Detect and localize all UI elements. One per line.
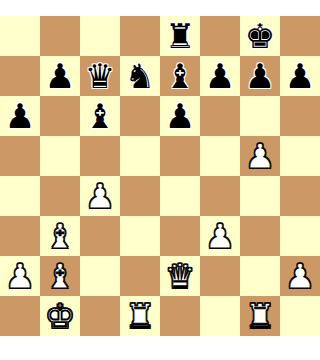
- square-f4[interactable]: [200, 176, 240, 216]
- square-f3[interactable]: ♟: [200, 216, 240, 256]
- square-b8[interactable]: [40, 16, 80, 56]
- square-a3[interactable]: [0, 216, 40, 256]
- move-prompt-bar: 1. ?: [0, 336, 320, 360]
- square-d1[interactable]: ♜: [120, 296, 160, 336]
- white-pawn: ♟: [5, 256, 35, 296]
- square-h4[interactable]: [280, 176, 320, 216]
- square-f7[interactable]: ♟: [200, 56, 240, 96]
- black-pawn: ♟: [205, 56, 235, 96]
- square-g5[interactable]: ♟: [240, 136, 280, 176]
- white-king: ♚: [45, 296, 75, 336]
- square-d6[interactable]: [120, 96, 160, 136]
- square-d5[interactable]: [120, 136, 160, 176]
- square-b3[interactable]: ♝: [40, 216, 80, 256]
- square-e3[interactable]: [160, 216, 200, 256]
- white-bishop: ♝: [45, 256, 75, 296]
- square-a1[interactable]: [0, 296, 40, 336]
- white-pawn: ♟: [205, 216, 235, 256]
- square-h2[interactable]: ♟: [280, 256, 320, 296]
- chess-puzzle-app: T1.2737 ♜♚♟♛♞♝♟♟♟♟♝♟♟♟♝♟♟♝♛♟♚♜♜ 1. ?: [0, 0, 320, 360]
- white-pawn: ♟: [85, 176, 115, 216]
- square-a6[interactable]: ♟: [0, 96, 40, 136]
- chess-board: ♜♚♟♛♞♝♟♟♟♟♝♟♟♟♝♟♟♝♛♟♚♜♜: [0, 16, 320, 336]
- square-g7[interactable]: ♟: [240, 56, 280, 96]
- square-a7[interactable]: [0, 56, 40, 96]
- square-d3[interactable]: [120, 216, 160, 256]
- puzzle-header: T1.2737: [0, 0, 320, 16]
- white-rook: ♜: [125, 296, 155, 336]
- square-c1[interactable]: [80, 296, 120, 336]
- square-h7[interactable]: ♟: [280, 56, 320, 96]
- black-knight: ♞: [125, 56, 155, 96]
- black-pawn: ♟: [5, 96, 35, 136]
- white-rook: ♜: [245, 296, 275, 336]
- square-c2[interactable]: [80, 256, 120, 296]
- square-b2[interactable]: ♝: [40, 256, 80, 296]
- white-pawn: ♟: [245, 136, 275, 176]
- square-h3[interactable]: [280, 216, 320, 256]
- white-bishop: ♝: [45, 216, 75, 256]
- square-b7[interactable]: ♟: [40, 56, 80, 96]
- square-c5[interactable]: [80, 136, 120, 176]
- black-pawn: ♟: [45, 56, 75, 96]
- square-b1[interactable]: ♚: [40, 296, 80, 336]
- square-f5[interactable]: [200, 136, 240, 176]
- square-h1[interactable]: [280, 296, 320, 336]
- square-b4[interactable]: [40, 176, 80, 216]
- black-bishop: ♝: [85, 96, 115, 136]
- square-a2[interactable]: ♟: [0, 256, 40, 296]
- square-e4[interactable]: [160, 176, 200, 216]
- square-a4[interactable]: [0, 176, 40, 216]
- square-c6[interactable]: ♝: [80, 96, 120, 136]
- square-e5[interactable]: [160, 136, 200, 176]
- square-b5[interactable]: [40, 136, 80, 176]
- black-pawn: ♟: [285, 56, 315, 96]
- square-e1[interactable]: [160, 296, 200, 336]
- square-f1[interactable]: [200, 296, 240, 336]
- square-g2[interactable]: [240, 256, 280, 296]
- square-g8[interactable]: ♚: [240, 16, 280, 56]
- black-queen: ♛: [85, 56, 115, 96]
- square-f8[interactable]: [200, 16, 240, 56]
- square-g6[interactable]: [240, 96, 280, 136]
- square-f6[interactable]: [200, 96, 240, 136]
- square-d7[interactable]: ♞: [120, 56, 160, 96]
- square-h8[interactable]: [280, 16, 320, 56]
- square-h6[interactable]: [280, 96, 320, 136]
- square-c7[interactable]: ♛: [80, 56, 120, 96]
- black-rook: ♜: [165, 16, 195, 56]
- square-b6[interactable]: [40, 96, 80, 136]
- square-g1[interactable]: ♜: [240, 296, 280, 336]
- square-f2[interactable]: [200, 256, 240, 296]
- square-a5[interactable]: [0, 136, 40, 176]
- black-pawn: ♟: [245, 56, 275, 96]
- black-king: ♚: [245, 16, 275, 56]
- white-pawn: ♟: [285, 256, 315, 296]
- square-g4[interactable]: [240, 176, 280, 216]
- square-c4[interactable]: ♟: [80, 176, 120, 216]
- square-a8[interactable]: [0, 16, 40, 56]
- square-e8[interactable]: ♜: [160, 16, 200, 56]
- square-c8[interactable]: [80, 16, 120, 56]
- square-g3[interactable]: [240, 216, 280, 256]
- black-pawn: ♟: [165, 96, 195, 136]
- black-bishop: ♝: [165, 56, 195, 96]
- square-c3[interactable]: [80, 216, 120, 256]
- square-d8[interactable]: [120, 16, 160, 56]
- square-d4[interactable]: [120, 176, 160, 216]
- square-d2[interactable]: [120, 256, 160, 296]
- white-queen: ♛: [165, 256, 195, 296]
- square-e2[interactable]: ♛: [160, 256, 200, 296]
- square-h5[interactable]: [280, 136, 320, 176]
- square-e6[interactable]: ♟: [160, 96, 200, 136]
- square-e7[interactable]: ♝: [160, 56, 200, 96]
